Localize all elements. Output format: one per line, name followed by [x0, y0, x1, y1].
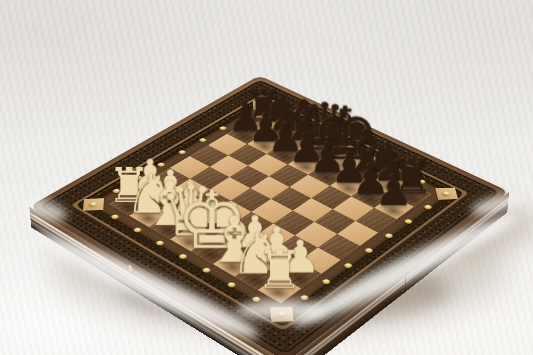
chess-box-board: ♜♞♝♛♚♝♞♜♟♟♟♟♟♟♟♟♟♟♟♟♟♟♟♟♜♞♝♛♚♝♞♜ [29, 75, 509, 355]
hinge-seam [404, 270, 407, 293]
perspective-wrapper: ♜♞♝♛♚♝♞♜♟♟♟♟♟♟♟♟♟♟♟♟♟♟♟♟♜♞♝♛♚♝♞♜ [0, 0, 533, 355]
piece-glyph: ♜ [236, 243, 323, 295]
piece-glyph: ♟ [353, 170, 434, 212]
scene-white-fur: ♜♞♝♛♚♝♞♜♟♟♟♟♟♟♟♟♟♟♟♟♟♟♟♟♜♞♝♛♚♝♞♜ [0, 0, 533, 355]
